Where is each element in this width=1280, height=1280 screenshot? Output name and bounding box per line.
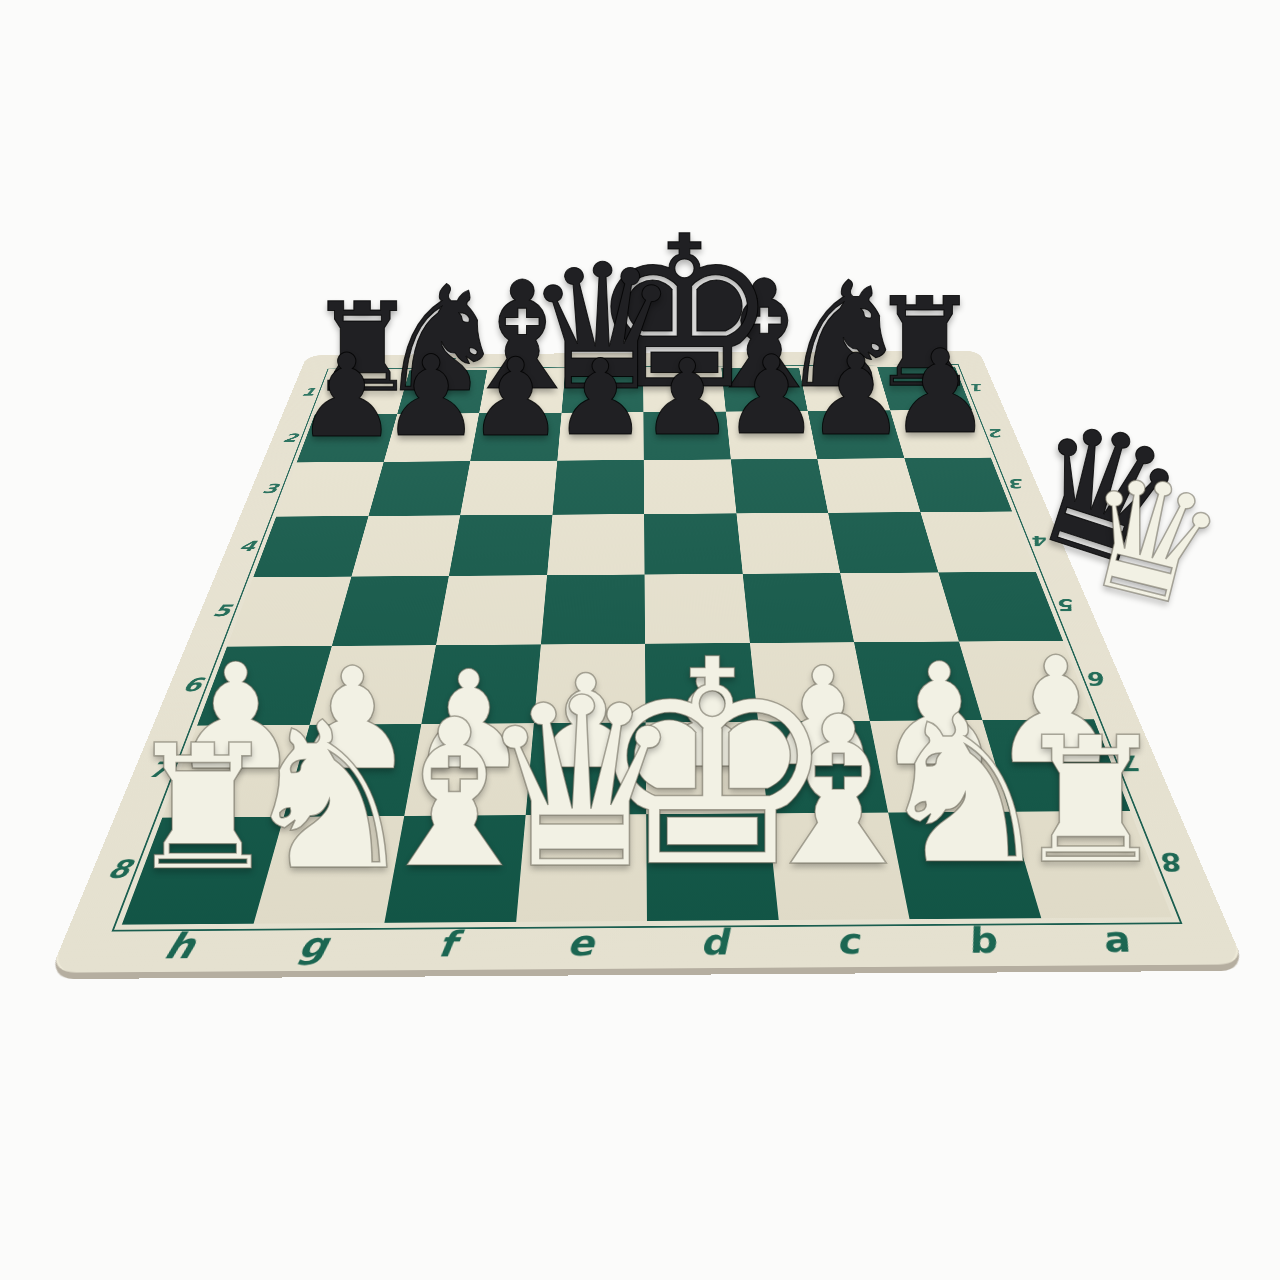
piece-black-pawn[interactable]: ♟	[640, 345, 734, 450]
piece-white-rook[interactable]: ♜	[125, 722, 280, 895]
piece-black-pawn[interactable]: ♟	[467, 344, 564, 452]
piece-black-pawn[interactable]: ♟	[723, 342, 820, 451]
pieces-layer: ♜♞♝♚♛♝♞♜♟♟♟♟♟♟♟♟♟♟♟♟♟♟♟♟♜♞♝♚♛♝♞♜♛♛	[0, 0, 1280, 1280]
piece-black-pawn[interactable]: ♟	[553, 346, 647, 451]
piece-black-pawn[interactable]: ♟	[806, 338, 906, 450]
product-photo-scene: hhggffeeddccbbaa1122334455667788 ♜♞♝♚♛♝♞…	[0, 0, 1280, 1280]
piece-black-pawn[interactable]: ♟	[295, 339, 398, 454]
